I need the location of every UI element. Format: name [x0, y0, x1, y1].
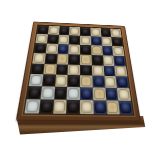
tile-embossed-motif [115, 66, 126, 76]
tile-embossed-motif [101, 29, 110, 37]
tile-embossed-motif [106, 89, 118, 100]
tile-embossed-motif [30, 75, 42, 86]
square-b2[interactable] [40, 87, 54, 100]
tile-embossed-motif [40, 101, 53, 113]
tile-embossed-motif [91, 28, 100, 36]
tile-embossed-motif [93, 77, 104, 87]
tile-embossed-motif [44, 64, 55, 74]
tile-embossed-motif [58, 44, 68, 53]
square-c5[interactable] [56, 53, 68, 64]
tile-embossed-motif [68, 76, 79, 86]
square-h2[interactable] [117, 88, 131, 101]
tile-embossed-motif [69, 65, 79, 75]
tile-embossed-motif [57, 54, 68, 63]
tile-embossed-motif [113, 47, 123, 56]
board-photo [0, 0, 160, 160]
square-e1[interactable] [80, 100, 94, 114]
square-b6[interactable] [46, 43, 58, 53]
square-h3[interactable] [116, 77, 129, 89]
tile-embossed-motif [69, 45, 79, 54]
tile-embossed-motif [114, 56, 125, 65]
tile-embossed-motif [93, 89, 104, 100]
tile-embossed-motif [102, 46, 112, 55]
tile-embossed-motif [112, 38, 122, 46]
square-b4[interactable] [43, 63, 56, 74]
wooden-frame [16, 22, 141, 122]
tile-embossed-motif [54, 101, 66, 113]
tile-embossed-motif [59, 27, 69, 35]
square-f7[interactable] [91, 36, 102, 45]
tile-embossed-motif [103, 56, 114, 65]
tile-embossed-motif [81, 88, 92, 99]
square-h5[interactable] [113, 55, 125, 66]
square-f1[interactable] [93, 100, 107, 114]
square-c2[interactable] [54, 87, 68, 100]
tile-embossed-motif [111, 29, 121, 37]
tile-embossed-motif [45, 54, 56, 63]
square-d1[interactable] [66, 100, 80, 114]
tile-embossed-motif [104, 66, 115, 76]
tile-embossed-motif [67, 101, 79, 113]
square-d4[interactable] [68, 64, 80, 75]
square-b7[interactable] [47, 34, 59, 44]
tile-embossed-motif [81, 36, 90, 44]
square-c1[interactable] [53, 100, 67, 114]
tile-embossed-motif [92, 66, 103, 76]
square-e2[interactable] [80, 87, 93, 100]
tile-embossed-motif [92, 55, 102, 64]
game-board [16, 22, 141, 122]
square-f5[interactable] [91, 55, 103, 66]
square-c6[interactable] [57, 44, 69, 54]
tile-embossed-motif [94, 101, 106, 113]
square-f3[interactable] [92, 76, 105, 88]
tile-embossed-motif [41, 87, 53, 98]
tile-embossed-motif [49, 26, 59, 34]
tile-embossed-motif [81, 28, 90, 36]
square-d6[interactable] [69, 44, 80, 54]
square-e7[interactable] [80, 36, 91, 45]
tile-embossed-motif [81, 55, 91, 64]
square-b5[interactable] [44, 53, 57, 64]
square-e5[interactable] [80, 54, 92, 65]
tile-embossed-motif [105, 77, 116, 87]
board-grid [23, 24, 134, 115]
tile-embossed-motif [28, 87, 41, 98]
tile-embossed-motif [31, 64, 43, 74]
square-f6[interactable] [91, 45, 103, 55]
tile-embossed-motif [59, 35, 69, 43]
tile-embossed-motif [81, 76, 92, 86]
square-c3[interactable] [55, 75, 68, 87]
tile-embossed-motif [56, 65, 67, 75]
tile-embossed-motif [26, 100, 40, 112]
tile-embossed-motif [120, 102, 133, 114]
square-h6[interactable] [112, 46, 124, 56]
tile-embossed-motif [92, 46, 102, 55]
tile-embossed-motif [81, 45, 91, 54]
square-f4[interactable] [92, 65, 104, 76]
square-h4[interactable] [115, 66, 128, 77]
tile-embossed-motif [81, 65, 91, 75]
square-f2[interactable] [93, 88, 106, 101]
square-c7[interactable] [58, 35, 69, 45]
tile-embossed-motif [118, 89, 130, 100]
tile-embossed-motif [46, 44, 57, 53]
tile-embossed-motif [36, 34, 47, 42]
tile-embossed-motif [81, 101, 93, 113]
tile-embossed-motif [102, 37, 112, 45]
tile-embossed-motif [91, 37, 101, 45]
tile-embossed-motif [56, 76, 67, 87]
square-d3[interactable] [67, 75, 80, 87]
tile-embossed-motif [43, 75, 55, 86]
square-h1[interactable] [119, 101, 134, 115]
square-b1[interactable] [39, 100, 54, 114]
tile-embossed-motif [69, 55, 79, 64]
tile-embossed-motif [35, 44, 46, 53]
tile-embossed-motif [68, 88, 79, 99]
square-c4[interactable] [56, 64, 69, 75]
tile-embossed-motif [38, 26, 48, 34]
tile-embossed-motif [55, 88, 67, 99]
square-h7[interactable] [111, 37, 123, 46]
square-d2[interactable] [67, 87, 80, 100]
square-e3[interactable] [80, 76, 93, 88]
tile-embossed-motif [107, 102, 119, 114]
square-b3[interactable] [42, 75, 56, 87]
square-d5[interactable] [68, 54, 80, 65]
square-e6[interactable] [80, 45, 91, 55]
square-d7[interactable] [69, 35, 80, 44]
tile-embossed-motif [33, 53, 44, 62]
tile-embossed-motif [70, 36, 79, 44]
tile-embossed-motif [48, 35, 58, 43]
square-e4[interactable] [80, 65, 92, 76]
tile-embossed-motif [117, 77, 129, 87]
tile-embossed-motif [70, 27, 79, 35]
